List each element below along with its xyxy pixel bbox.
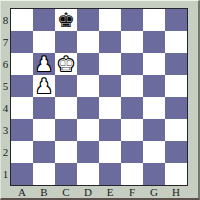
square-b8[interactable]	[33, 9, 55, 31]
square-f8[interactable]	[121, 9, 143, 31]
rank-label-7: 7	[1, 31, 10, 53]
file-label-d: D	[77, 185, 99, 199]
square-g6[interactable]	[143, 53, 165, 75]
black-king[interactable]: ♚	[55, 9, 77, 31]
square-f6[interactable]	[121, 53, 143, 75]
square-e1[interactable]	[99, 163, 121, 185]
square-g1[interactable]	[143, 163, 165, 185]
square-f7[interactable]	[121, 31, 143, 53]
rank-label-1: 1	[1, 163, 10, 185]
square-c3[interactable]	[55, 119, 77, 141]
square-a6[interactable]	[11, 53, 33, 75]
square-g8[interactable]	[143, 9, 165, 31]
square-f5[interactable]	[121, 75, 143, 97]
square-a3[interactable]	[11, 119, 33, 141]
square-b5[interactable]: ♟	[33, 75, 55, 97]
square-e6[interactable]	[99, 53, 121, 75]
board-frame: 87654321 ♚♟♚♟ ABCDEFGH	[0, 0, 200, 200]
square-g5[interactable]	[143, 75, 165, 97]
square-d5[interactable]	[77, 75, 99, 97]
square-h7[interactable]	[165, 31, 187, 53]
square-c7[interactable]	[55, 31, 77, 53]
white-pawn[interactable]: ♟	[33, 75, 55, 97]
file-label-h: H	[165, 185, 187, 199]
file-label-g: G	[143, 185, 165, 199]
square-e3[interactable]	[99, 119, 121, 141]
square-g2[interactable]	[143, 141, 165, 163]
square-b7[interactable]	[33, 31, 55, 53]
square-g4[interactable]	[143, 97, 165, 119]
square-b2[interactable]	[33, 141, 55, 163]
square-a1[interactable]	[11, 163, 33, 185]
square-h8[interactable]	[165, 9, 187, 31]
square-a8[interactable]	[11, 9, 33, 31]
square-c2[interactable]	[55, 141, 77, 163]
file-label-e: E	[99, 185, 121, 199]
file-label-a: A	[11, 185, 33, 199]
square-d1[interactable]	[77, 163, 99, 185]
file-label-f: F	[121, 185, 143, 199]
square-e5[interactable]	[99, 75, 121, 97]
white-pawn[interactable]: ♟	[33, 53, 55, 75]
square-f4[interactable]	[121, 97, 143, 119]
rank-labels: 87654321	[1, 9, 10, 185]
square-e8[interactable]	[99, 9, 121, 31]
chess-board[interactable]: ♚♟♚♟	[10, 8, 188, 186]
square-h5[interactable]	[165, 75, 187, 97]
square-c1[interactable]	[55, 163, 77, 185]
file-labels: ABCDEFGH	[11, 185, 187, 199]
square-d3[interactable]	[77, 119, 99, 141]
square-c6[interactable]: ♚	[55, 53, 77, 75]
square-g7[interactable]	[143, 31, 165, 53]
square-f3[interactable]	[121, 119, 143, 141]
square-c8[interactable]: ♚	[55, 9, 77, 31]
rank-label-6: 6	[1, 53, 10, 75]
rank-label-5: 5	[1, 75, 10, 97]
file-label-b: B	[33, 185, 55, 199]
square-f1[interactable]	[121, 163, 143, 185]
square-h2[interactable]	[165, 141, 187, 163]
square-d2[interactable]	[77, 141, 99, 163]
square-b1[interactable]	[33, 163, 55, 185]
square-h4[interactable]	[165, 97, 187, 119]
rank-label-8: 8	[1, 9, 10, 31]
square-f2[interactable]	[121, 141, 143, 163]
square-e4[interactable]	[99, 97, 121, 119]
white-king[interactable]: ♚	[55, 53, 77, 75]
square-a2[interactable]	[11, 141, 33, 163]
square-c4[interactable]	[55, 97, 77, 119]
rank-label-3: 3	[1, 119, 10, 141]
square-b6[interactable]: ♟	[33, 53, 55, 75]
square-b3[interactable]	[33, 119, 55, 141]
file-label-c: C	[55, 185, 77, 199]
square-a7[interactable]	[11, 31, 33, 53]
square-d7[interactable]	[77, 31, 99, 53]
square-a5[interactable]	[11, 75, 33, 97]
square-g3[interactable]	[143, 119, 165, 141]
square-d4[interactable]	[77, 97, 99, 119]
square-c5[interactable]	[55, 75, 77, 97]
square-h6[interactable]	[165, 53, 187, 75]
square-d6[interactable]	[77, 53, 99, 75]
rank-label-2: 2	[1, 141, 10, 163]
square-b4[interactable]	[33, 97, 55, 119]
square-d8[interactable]	[77, 9, 99, 31]
square-e7[interactable]	[99, 31, 121, 53]
square-a4[interactable]	[11, 97, 33, 119]
square-h1[interactable]	[165, 163, 187, 185]
square-e2[interactable]	[99, 141, 121, 163]
square-h3[interactable]	[165, 119, 187, 141]
rank-label-4: 4	[1, 97, 10, 119]
